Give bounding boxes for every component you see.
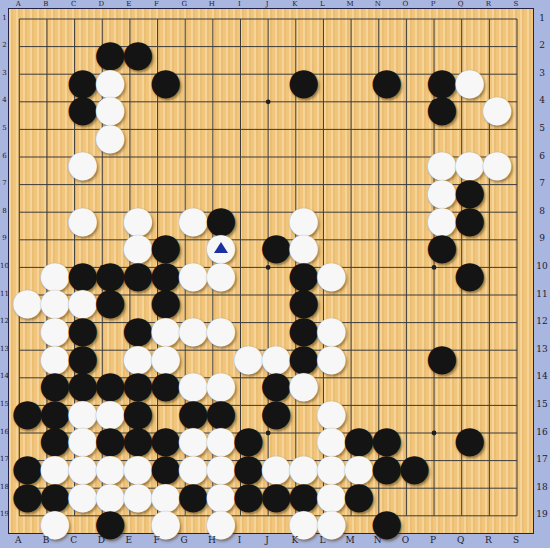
intersection-Q13[interactable] — [456, 344, 484, 372]
col-label-top-H: H — [204, 0, 220, 8]
intersection-Q16[interactable]: ● — [456, 427, 484, 455]
black-stone: ● — [149, 68, 181, 95]
intersection-C6[interactable]: ● — [69, 151, 97, 179]
intersection-M8[interactable] — [345, 206, 373, 234]
row-label-right-1: 1 — [534, 13, 550, 24]
intersection-A11[interactable]: ● — [14, 289, 42, 317]
row-label-right-19: 19 — [534, 509, 550, 520]
row-label-right-3: 3 — [534, 68, 550, 79]
intersection-L3[interactable] — [318, 68, 346, 96]
intersection-J5[interactable] — [262, 124, 290, 152]
intersection-B8[interactable] — [41, 206, 69, 234]
black-stone: ● — [426, 344, 458, 371]
intersection-J9[interactable]: ● — [262, 234, 290, 262]
intersection-N13[interactable] — [373, 344, 401, 372]
col-label-top-A: A — [10, 0, 26, 8]
intersection-P4[interactable]: ● — [428, 96, 456, 124]
intersection-H12[interactable]: ● — [207, 317, 235, 345]
intersection-O12[interactable] — [400, 317, 428, 345]
intersection-R8[interactable] — [483, 206, 511, 234]
intersection-R18[interactable] — [483, 482, 511, 510]
intersection-D6[interactable] — [96, 151, 124, 179]
col-label-top-O: O — [397, 0, 413, 8]
black-stone: ● — [426, 95, 458, 122]
intersection-H4[interactable] — [207, 96, 235, 124]
intersection-P10[interactable] — [428, 262, 456, 290]
intersection-M6[interactable] — [345, 151, 373, 179]
intersection-F1[interactable] — [152, 13, 180, 41]
col-label-top-J: J — [259, 0, 275, 8]
intersection-G2[interactable] — [179, 41, 207, 69]
white-stone: ● — [66, 206, 98, 233]
intersection-F7[interactable] — [152, 179, 180, 207]
intersection-J15[interactable]: ● — [262, 400, 290, 428]
intersection-G10[interactable]: ● — [179, 262, 207, 290]
intersection-O9[interactable] — [400, 234, 428, 262]
intersection-M11[interactable] — [345, 289, 373, 317]
intersection-G4[interactable] — [179, 96, 207, 124]
intersection-R14[interactable] — [483, 372, 511, 400]
intersection-Q14[interactable] — [456, 372, 484, 400]
col-label-bottom-E: E — [121, 533, 137, 547]
intersection-Q18[interactable] — [456, 482, 484, 510]
intersection-K3[interactable]: ● — [290, 68, 318, 96]
intersection-H6[interactable] — [207, 151, 235, 179]
intersection-Q12[interactable] — [456, 317, 484, 345]
intersection-N14[interactable] — [373, 372, 401, 400]
intersection-M1[interactable] — [345, 13, 373, 41]
intersection-L2[interactable] — [318, 41, 346, 69]
col-label-bottom-B: B — [38, 533, 54, 547]
go-board-grid: ●●●●●●●●●●●●●●●●●●●●●●●●●●●●●●●●●●●●●●●●… — [14, 13, 539, 537]
intersection-O2[interactable] — [400, 41, 428, 69]
intersection-M5[interactable] — [345, 124, 373, 152]
intersection-B3[interactable] — [41, 68, 69, 96]
row-label-right-18: 18 — [534, 482, 550, 493]
intersection-B2[interactable] — [41, 41, 69, 69]
intersection-N7[interactable] — [373, 179, 401, 207]
intersection-I11[interactable] — [235, 289, 263, 317]
intersection-O7[interactable] — [400, 179, 428, 207]
intersection-M12[interactable] — [345, 317, 373, 345]
col-label-top-Q: Q — [453, 0, 469, 8]
intersection-F6[interactable] — [152, 151, 180, 179]
intersection-B1[interactable] — [41, 13, 69, 41]
col-label-bottom-Q: Q — [453, 533, 469, 547]
intersection-K4[interactable] — [290, 96, 318, 124]
intersection-R7[interactable] — [483, 179, 511, 207]
intersection-G3[interactable] — [179, 68, 207, 96]
intersection-A15[interactable]: ● — [14, 400, 42, 428]
intersection-C18[interactable]: ● — [69, 482, 97, 510]
intersection-K14[interactable]: ● — [290, 372, 318, 400]
intersection-J1[interactable] — [262, 13, 290, 41]
row-label-left-5: 5 — [0, 124, 9, 133]
intersection-N3[interactable]: ● — [373, 68, 401, 96]
row-label-right-14: 14 — [534, 371, 550, 382]
intersection-O1[interactable] — [400, 13, 428, 41]
intersection-R4[interactable]: ● — [483, 96, 511, 124]
intersection-K5[interactable] — [290, 124, 318, 152]
intersection-O3[interactable] — [400, 68, 428, 96]
intersection-L6[interactable] — [318, 151, 346, 179]
col-label-top-D: D — [93, 0, 109, 8]
intersection-E5[interactable] — [124, 124, 152, 152]
intersection-O17[interactable]: ● — [400, 455, 428, 483]
col-label-bottom-H: H — [204, 533, 220, 547]
intersection-P17[interactable] — [428, 455, 456, 483]
intersection-P1[interactable] — [428, 13, 456, 41]
intersection-P11[interactable] — [428, 289, 456, 317]
black-stone: ● — [453, 261, 485, 288]
row-label-right-15: 15 — [534, 399, 550, 410]
white-stone: ● — [315, 261, 347, 288]
black-stone: ● — [371, 68, 403, 95]
intersection-M14[interactable] — [345, 372, 373, 400]
col-label-top-B: B — [38, 0, 54, 8]
col-label-top-K: K — [287, 0, 303, 8]
black-stone: ● — [453, 426, 485, 453]
intersection-M2[interactable] — [345, 41, 373, 69]
intersection-J11[interactable] — [262, 289, 290, 317]
col-label-bottom-C: C — [66, 533, 82, 547]
intersection-H1[interactable] — [207, 13, 235, 41]
intersection-J18[interactable]: ● — [262, 482, 290, 510]
col-label-bottom-I: I — [232, 533, 248, 547]
intersection-I9[interactable] — [235, 234, 263, 262]
col-label-top-G: G — [176, 0, 192, 8]
intersection-E3[interactable] — [124, 68, 152, 96]
triangle-marker — [214, 242, 228, 253]
intersection-G5[interactable] — [179, 124, 207, 152]
intersection-D8[interactable] — [96, 206, 124, 234]
intersection-Q11[interactable] — [456, 289, 484, 317]
intersection-Q8[interactable]: ● — [456, 206, 484, 234]
intersection-N6[interactable] — [373, 151, 401, 179]
intersection-R16[interactable] — [483, 427, 511, 455]
intersection-D11[interactable]: ● — [96, 289, 124, 317]
intersection-O18[interactable] — [400, 482, 428, 510]
intersection-P16[interactable] — [428, 427, 456, 455]
intersection-K6[interactable] — [290, 151, 318, 179]
col-label-top-I: I — [232, 0, 248, 8]
intersection-L8[interactable] — [318, 206, 346, 234]
row-label-right-6: 6 — [534, 151, 550, 162]
intersection-R10[interactable] — [483, 262, 511, 290]
row-label-left-19: 19 — [0, 510, 9, 519]
intersection-A13[interactable] — [14, 344, 42, 372]
white-stone: ● — [315, 344, 347, 371]
col-label-top-S: S — [508, 0, 524, 8]
row-label-left-16: 16 — [0, 428, 9, 437]
col-label-top-L: L — [314, 0, 330, 8]
intersection-G8[interactable]: ● — [179, 206, 207, 234]
intersection-R1[interactable] — [483, 13, 511, 41]
intersection-G12[interactable]: ● — [179, 317, 207, 345]
row-label-right-7: 7 — [534, 178, 550, 189]
intersection-A12[interactable] — [14, 317, 42, 345]
intersection-O11[interactable] — [400, 289, 428, 317]
row-label-right-8: 8 — [534, 206, 550, 217]
intersection-H3[interactable] — [207, 68, 235, 96]
intersection-R12[interactable] — [483, 317, 511, 345]
row-label-left-8: 8 — [0, 207, 9, 216]
intersection-H10[interactable]: ● — [207, 262, 235, 290]
intersection-R6[interactable]: ● — [483, 151, 511, 179]
intersection-C4[interactable]: ● — [69, 96, 97, 124]
col-label-bottom-R: R — [480, 533, 496, 547]
intersection-M10[interactable] — [345, 262, 373, 290]
row-label-right-12: 12 — [534, 316, 550, 327]
intersection-C8[interactable]: ● — [69, 206, 97, 234]
row-label-right-5: 5 — [534, 123, 550, 134]
intersection-F5[interactable] — [152, 124, 180, 152]
col-label-top-N: N — [370, 0, 386, 8]
row-label-left-10: 10 — [0, 262, 9, 271]
row-label-right-16: 16 — [534, 427, 550, 438]
col-label-bottom-N: N — [370, 533, 386, 547]
intersection-I3[interactable] — [235, 68, 263, 96]
black-stone: ● — [288, 68, 320, 95]
intersection-E4[interactable] — [124, 96, 152, 124]
intersection-L1[interactable] — [318, 13, 346, 41]
col-label-bottom-P: P — [425, 533, 441, 547]
go-board[interactable]: ●●●●●●●●●●●●●●●●●●●●●●●●●●●●●●●●●●●●●●●●… — [8, 8, 534, 534]
intersection-M13[interactable] — [345, 344, 373, 372]
black-stone: ● — [453, 206, 485, 233]
col-label-top-C: C — [66, 0, 82, 8]
intersection-Q3[interactable]: ● — [456, 68, 484, 96]
intersection-J4[interactable] — [262, 96, 290, 124]
row-label-right-11: 11 — [534, 289, 550, 300]
intersection-O5[interactable] — [400, 124, 428, 152]
intersection-Q1[interactable] — [456, 13, 484, 41]
intersection-A1[interactable] — [14, 13, 42, 41]
row-label-left-11: 11 — [0, 290, 9, 299]
intersection-I4[interactable] — [235, 96, 263, 124]
intersection-R17[interactable] — [483, 455, 511, 483]
intersection-F3[interactable]: ● — [152, 68, 180, 96]
intersection-B7[interactable] — [41, 179, 69, 207]
col-label-top-F: F — [149, 0, 165, 8]
row-label-left-6: 6 — [0, 152, 9, 161]
intersection-B6[interactable] — [41, 151, 69, 179]
intersection-L13[interactable]: ● — [318, 344, 346, 372]
white-stone: ● — [481, 95, 513, 122]
intersection-L4[interactable] — [318, 96, 346, 124]
intersection-D7[interactable] — [96, 179, 124, 207]
intersection-K1[interactable] — [290, 13, 318, 41]
intersection-A3[interactable] — [14, 68, 42, 96]
intersection-N12[interactable] — [373, 317, 401, 345]
row-label-right-9: 9 — [534, 233, 550, 244]
row-label-right-17: 17 — [534, 454, 550, 465]
white-stone: ● — [66, 150, 98, 177]
col-label-bottom-M: M — [342, 533, 358, 547]
intersection-A2[interactable] — [14, 41, 42, 69]
row-label-left-4: 4 — [0, 96, 9, 105]
intersection-G6[interactable] — [179, 151, 207, 179]
intersection-P14[interactable] — [428, 372, 456, 400]
row-label-left-18: 18 — [0, 483, 9, 492]
intersection-P9[interactable]: ● — [428, 234, 456, 262]
intersection-O15[interactable] — [400, 400, 428, 428]
intersection-R15[interactable] — [483, 400, 511, 428]
intersection-O13[interactable] — [400, 344, 428, 372]
intersection-B5[interactable] — [41, 124, 69, 152]
intersection-G1[interactable] — [179, 13, 207, 41]
col-label-bottom-S: S — [508, 533, 524, 547]
intersection-P13[interactable]: ● — [428, 344, 456, 372]
white-stone: ● — [205, 261, 237, 288]
intersection-F14[interactable]: ● — [152, 372, 180, 400]
intersection-I1[interactable] — [235, 13, 263, 41]
col-label-bottom-G: G — [176, 533, 192, 547]
row-label-left-14: 14 — [0, 372, 9, 381]
col-label-bottom-O: O — [397, 533, 413, 547]
col-label-top-P: P — [425, 0, 441, 8]
intersection-A6[interactable] — [14, 151, 42, 179]
intersection-O8[interactable] — [400, 206, 428, 234]
intersection-M4[interactable] — [345, 96, 373, 124]
row-label-left-9: 9 — [0, 234, 9, 243]
intersection-K15[interactable] — [290, 400, 318, 428]
intersection-M18[interactable]: ● — [345, 482, 373, 510]
row-label-left-17: 17 — [0, 455, 9, 464]
intersection-C1[interactable] — [69, 13, 97, 41]
row-label-right-13: 13 — [534, 344, 550, 355]
row-label-left-2: 2 — [0, 41, 9, 50]
col-label-top-R: R — [480, 0, 496, 8]
black-stone: ● — [398, 454, 430, 481]
col-label-bottom-K: K — [287, 533, 303, 547]
intersection-N8[interactable] — [373, 206, 401, 234]
intersection-H2[interactable] — [207, 41, 235, 69]
intersection-O14[interactable] — [400, 372, 428, 400]
intersection-J10[interactable] — [262, 262, 290, 290]
intersection-G18[interactable]: ● — [179, 482, 207, 510]
intersection-I2[interactable] — [235, 41, 263, 69]
col-label-bottom-J: J — [259, 533, 275, 547]
intersection-A8[interactable] — [14, 206, 42, 234]
intersection-I13[interactable]: ● — [235, 344, 263, 372]
intersection-Q17[interactable] — [456, 455, 484, 483]
intersection-R13[interactable] — [483, 344, 511, 372]
intersection-M9[interactable] — [345, 234, 373, 262]
intersection-E6[interactable] — [124, 151, 152, 179]
intersection-O4[interactable] — [400, 96, 428, 124]
intersection-L5[interactable] — [318, 124, 346, 152]
intersection-I8[interactable] — [235, 206, 263, 234]
intersection-I18[interactable]: ● — [235, 482, 263, 510]
intersection-I6[interactable] — [235, 151, 263, 179]
intersection-J7[interactable] — [262, 179, 290, 207]
intersection-E10[interactable]: ● — [124, 262, 152, 290]
intersection-P15[interactable] — [428, 400, 456, 428]
intersection-R2[interactable] — [483, 41, 511, 69]
intersection-I5[interactable] — [235, 124, 263, 152]
intersection-M7[interactable] — [345, 179, 373, 207]
intersection-L10[interactable]: ● — [318, 262, 346, 290]
col-label-bottom-F: F — [149, 533, 165, 547]
intersection-N10[interactable] — [373, 262, 401, 290]
intersection-J6[interactable] — [262, 151, 290, 179]
intersection-A4[interactable] — [14, 96, 42, 124]
intersection-A18[interactable]: ● — [14, 482, 42, 510]
intersection-P18[interactable] — [428, 482, 456, 510]
intersection-Q10[interactable]: ● — [456, 262, 484, 290]
row-label-left-7: 7 — [0, 179, 9, 188]
intersection-L7[interactable] — [318, 179, 346, 207]
intersection-N4[interactable] — [373, 96, 401, 124]
col-label-bottom-A: A — [10, 533, 26, 547]
row-label-left-12: 12 — [0, 317, 9, 326]
intersection-J2[interactable] — [262, 41, 290, 69]
go-app: ●●●●●●●●●●●●●●●●●●●●●●●●●●●●●●●●●●●●●●●●… — [0, 0, 550, 548]
intersection-I14[interactable] — [235, 372, 263, 400]
intersection-R9[interactable] — [483, 234, 511, 262]
row-label-left-15: 15 — [0, 400, 9, 409]
intersection-E2[interactable]: ● — [124, 41, 152, 69]
intersection-E18[interactable]: ● — [124, 482, 152, 510]
intersection-M3[interactable] — [345, 68, 373, 96]
intersection-B4[interactable] — [41, 96, 69, 124]
row-label-left-3: 3 — [0, 69, 9, 78]
intersection-N17[interactable]: ● — [373, 455, 401, 483]
intersection-A7[interactable] — [14, 179, 42, 207]
intersection-I7[interactable] — [235, 179, 263, 207]
intersection-O10[interactable] — [400, 262, 428, 290]
intersection-A9[interactable] — [14, 234, 42, 262]
intersection-N11[interactable] — [373, 289, 401, 317]
intersection-R11[interactable] — [483, 289, 511, 317]
col-label-bottom-L: L — [314, 533, 330, 547]
col-label-top-E: E — [121, 0, 137, 8]
col-label-top-M: M — [342, 0, 358, 8]
intersection-O6[interactable] — [400, 151, 428, 179]
intersection-D5[interactable]: ● — [96, 124, 124, 152]
intersection-H5[interactable] — [207, 124, 235, 152]
intersection-N9[interactable] — [373, 234, 401, 262]
intersection-Q4[interactable] — [456, 96, 484, 124]
intersection-A5[interactable] — [14, 124, 42, 152]
intersection-N1[interactable] — [373, 13, 401, 41]
row-label-left-13: 13 — [0, 345, 9, 354]
col-label-bottom-D: D — [93, 533, 109, 547]
intersection-D12[interactable] — [96, 317, 124, 345]
row-label-right-4: 4 — [534, 95, 550, 106]
intersection-F4[interactable] — [152, 96, 180, 124]
intersection-J3[interactable] — [262, 68, 290, 96]
intersection-I10[interactable] — [235, 262, 263, 290]
intersection-N5[interactable] — [373, 124, 401, 152]
row-label-left-1: 1 — [0, 14, 9, 23]
row-label-right-2: 2 — [534, 40, 550, 51]
row-label-right-10: 10 — [534, 261, 550, 272]
